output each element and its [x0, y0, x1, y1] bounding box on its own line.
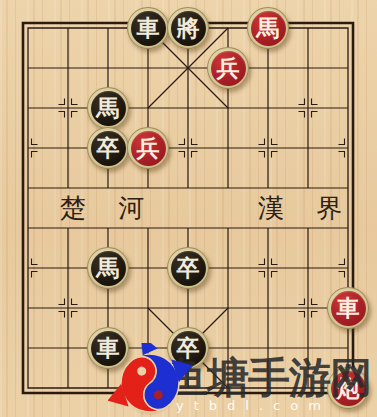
piece-char: 馬: [97, 96, 120, 119]
river-label-left: 楚 河: [60, 193, 156, 223]
piece-black-general[interactable]: 將: [167, 7, 209, 49]
river-label-right: 漢 界: [258, 193, 354, 223]
piece-black-chariot[interactable]: 車: [87, 327, 129, 369]
piece-char: 兵: [217, 56, 240, 79]
piece-red-chariot[interactable]: 車: [327, 287, 369, 329]
piece-disc: 帥: [131, 371, 166, 406]
piece-red-cannon[interactable]: 炮: [327, 367, 369, 409]
piece-red-horse[interactable]: 馬: [247, 7, 289, 49]
piece-red-soldier[interactable]: 兵: [207, 47, 249, 89]
piece-char: 車: [337, 296, 360, 319]
piece-black-horse[interactable]: 馬: [87, 87, 129, 129]
piece-disc: 車: [91, 331, 126, 366]
piece-disc: 卒: [91, 131, 126, 166]
piece-black-soldier[interactable]: 卒: [167, 327, 209, 369]
piece-disc: 炮: [331, 371, 366, 406]
piece-black-horse[interactable]: 馬: [87, 247, 129, 289]
piece-char: 兵: [137, 136, 160, 159]
piece-char: 炮: [337, 376, 360, 399]
piece-disc: 馬: [91, 91, 126, 126]
piece-char: 卒: [177, 256, 200, 279]
piece-char: 卒: [97, 136, 120, 159]
piece-disc: 馬: [91, 251, 126, 286]
piece-disc: 車: [131, 11, 166, 46]
piece-disc: 卒: [171, 331, 206, 366]
piece-black-soldier[interactable]: 卒: [87, 127, 129, 169]
piece-black-chariot[interactable]: 車: [127, 7, 169, 49]
piece-disc: 車: [331, 291, 366, 326]
piece-char: 馬: [257, 16, 280, 39]
piece-disc: 馬: [251, 11, 286, 46]
piece-red-general[interactable]: 帥: [127, 367, 169, 409]
piece-disc: 兵: [131, 131, 166, 166]
piece-char: 馬: [97, 256, 120, 279]
xiangqi-board-area[interactable]: 楚 河 漢 界 車將馬兵馬卒兵馬卒車車卒帥炮 鱼塘手游网 ytbdl.com: [0, 0, 377, 417]
piece-char: 將: [177, 16, 200, 39]
piece-char: 車: [137, 16, 160, 39]
piece-disc: 卒: [171, 251, 206, 286]
piece-disc: 兵: [211, 51, 246, 86]
piece-char: 卒: [177, 336, 200, 359]
piece-black-soldier[interactable]: 卒: [167, 247, 209, 289]
piece-red-soldier[interactable]: 兵: [127, 127, 169, 169]
piece-char: 帥: [137, 376, 160, 399]
piece-char: 車: [97, 336, 120, 359]
piece-disc: 將: [171, 11, 206, 46]
